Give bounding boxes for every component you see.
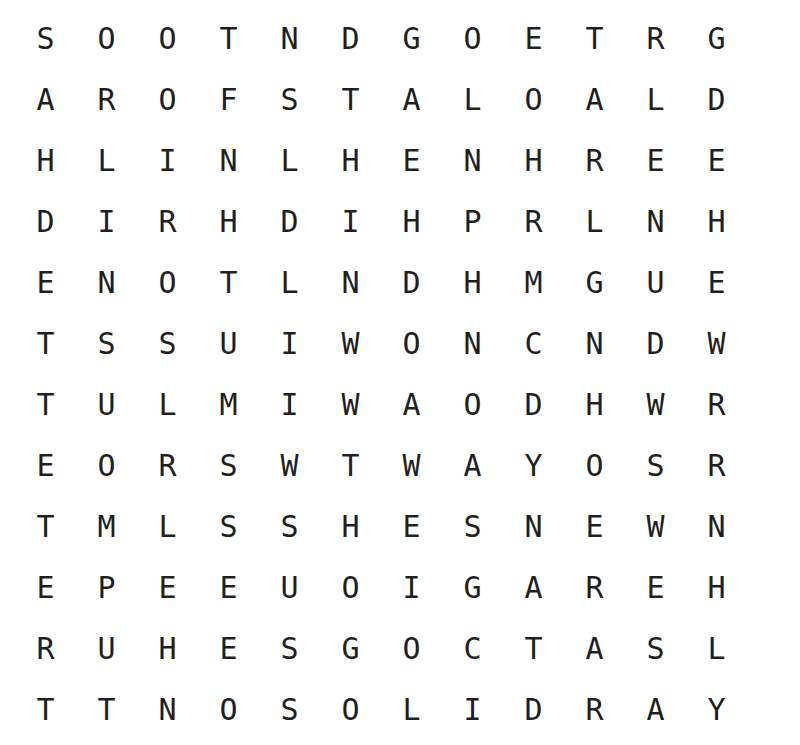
grid-cell[interactable]: H (686, 191, 747, 252)
word-search-page: SOOTNDGOETRGAROFSTALOALDHLINLHENHREEDIRH… (0, 0, 800, 745)
grid-cell[interactable]: I (76, 191, 137, 252)
grid-cell[interactable]: G (320, 618, 381, 679)
grid-cell[interactable]: Y (686, 679, 747, 740)
grid-cell[interactable]: R (564, 679, 625, 740)
grid-cell[interactable]: T (15, 313, 76, 374)
grid-cell[interactable]: E (381, 130, 442, 191)
grid-cell[interactable]: T (76, 679, 137, 740)
grid-cell[interactable]: T (198, 252, 259, 313)
grid-cell[interactable]: E (686, 252, 747, 313)
grid-cell[interactable]: O (564, 435, 625, 496)
grid-cell[interactable]: R (686, 435, 747, 496)
grid-cell[interactable]: W (320, 313, 381, 374)
grid-cell[interactable]: D (15, 191, 76, 252)
grid-cell[interactable]: E (503, 8, 564, 69)
grid-cell[interactable]: R (15, 618, 76, 679)
grid-cell[interactable]: A (503, 557, 564, 618)
grid-cell[interactable]: L (381, 679, 442, 740)
grid-cell[interactable]: O (503, 69, 564, 130)
grid-cell[interactable]: A (564, 618, 625, 679)
grid-cell[interactable]: H (686, 557, 747, 618)
grid-cell[interactable]: Y (503, 435, 564, 496)
grid-cell[interactable]: U (76, 374, 137, 435)
grid-cell[interactable]: O (381, 313, 442, 374)
grid-cell[interactable]: G (442, 557, 503, 618)
grid-cell[interactable]: I (320, 191, 381, 252)
grid-cell[interactable]: N (198, 130, 259, 191)
grid-cell[interactable]: E (15, 435, 76, 496)
grid-cell[interactable]: O (381, 618, 442, 679)
grid-cell[interactable]: T (15, 374, 76, 435)
grid-cell[interactable]: L (259, 252, 320, 313)
grid-cell[interactable]: O (442, 374, 503, 435)
grid-cell[interactable]: N (320, 252, 381, 313)
grid-cell[interactable]: O (320, 557, 381, 618)
grid-cell[interactable]: A (381, 69, 442, 130)
grid-cell[interactable]: N (503, 496, 564, 557)
grid-cell[interactable]: I (442, 679, 503, 740)
grid-cell[interactable]: U (198, 313, 259, 374)
grid-cell[interactable]: U (625, 252, 686, 313)
grid-cell[interactable]: O (76, 8, 137, 69)
grid-cell[interactable]: S (15, 8, 76, 69)
grid-cell[interactable]: N (137, 679, 198, 740)
grid-cell[interactable]: T (15, 496, 76, 557)
grid-cell[interactable]: M (503, 252, 564, 313)
grid-cell[interactable]: P (442, 191, 503, 252)
grid-cell[interactable]: A (15, 69, 76, 130)
grid-cell[interactable]: S (259, 69, 320, 130)
grid-cell[interactable]: G (381, 8, 442, 69)
grid-cell[interactable]: D (503, 679, 564, 740)
grid-cell[interactable]: W (625, 374, 686, 435)
grid-cell[interactable]: W (320, 374, 381, 435)
grid-cell[interactable]: I (381, 557, 442, 618)
grid-cell[interactable]: L (76, 130, 137, 191)
grid-cell[interactable]: O (76, 435, 137, 496)
grid-cell[interactable]: M (76, 496, 137, 557)
grid-cell[interactable]: H (320, 130, 381, 191)
grid-cell[interactable]: N (625, 191, 686, 252)
grid-cell[interactable]: D (259, 191, 320, 252)
grid-cell[interactable]: U (76, 618, 137, 679)
grid-cell[interactable]: E (198, 618, 259, 679)
grid-cell[interactable]: R (625, 8, 686, 69)
grid-cell[interactable]: N (76, 252, 137, 313)
grid-cell[interactable]: D (320, 8, 381, 69)
grid-cell[interactable]: E (564, 496, 625, 557)
grid-cell[interactable]: A (442, 435, 503, 496)
grid-cell[interactable]: H (564, 374, 625, 435)
grid-cell[interactable]: T (198, 8, 259, 69)
grid-cell[interactable]: T (320, 435, 381, 496)
grid-cell[interactable]: S (442, 496, 503, 557)
grid-cell[interactable]: D (625, 313, 686, 374)
grid-cell[interactable]: L (625, 69, 686, 130)
grid-cell[interactable]: W (625, 496, 686, 557)
grid-cell[interactable]: H (442, 252, 503, 313)
grid-cell[interactable]: W (381, 435, 442, 496)
grid-cell[interactable]: S (625, 435, 686, 496)
grid-cell[interactable]: O (442, 8, 503, 69)
grid-cell[interactable]: L (442, 69, 503, 130)
grid-cell[interactable]: L (137, 496, 198, 557)
grid-cell[interactable]: R (686, 374, 747, 435)
grid-cell[interactable]: E (625, 557, 686, 618)
grid-cell[interactable]: N (564, 313, 625, 374)
grid-cell[interactable]: D (381, 252, 442, 313)
grid-cell[interactable]: A (564, 69, 625, 130)
grid-cell[interactable]: H (320, 496, 381, 557)
grid-cell[interactable]: L (259, 130, 320, 191)
grid-cell[interactable]: R (137, 191, 198, 252)
grid-cell[interactable]: O (198, 679, 259, 740)
grid-cell[interactable]: R (137, 435, 198, 496)
grid-cell[interactable]: C (503, 313, 564, 374)
grid-cell[interactable]: P (76, 557, 137, 618)
grid-cell[interactable]: L (686, 618, 747, 679)
grid-cell[interactable]: O (137, 69, 198, 130)
grid-cell[interactable]: R (564, 557, 625, 618)
grid-cell[interactable]: F (198, 69, 259, 130)
grid-cell[interactable]: N (442, 130, 503, 191)
grid-cell[interactable]: N (259, 8, 320, 69)
grid-cell[interactable]: S (198, 496, 259, 557)
grid-cell[interactable]: T (320, 69, 381, 130)
grid-cell[interactable]: S (259, 496, 320, 557)
grid-cell[interactable]: S (625, 618, 686, 679)
grid-cell[interactable]: H (137, 618, 198, 679)
grid-cell[interactable]: I (137, 130, 198, 191)
grid-cell[interactable]: H (503, 130, 564, 191)
grid-cell[interactable]: E (381, 496, 442, 557)
grid-cell[interactable]: D (503, 374, 564, 435)
grid-cell[interactable]: N (442, 313, 503, 374)
grid-cell[interactable]: I (259, 313, 320, 374)
grid-cell[interactable]: T (503, 618, 564, 679)
grid-cell[interactable]: W (686, 313, 747, 374)
grid-cell[interactable]: S (259, 679, 320, 740)
grid-cell[interactable]: U (259, 557, 320, 618)
grid-cell[interactable]: T (15, 679, 76, 740)
grid-cell[interactable]: A (381, 374, 442, 435)
grid-cell[interactable]: G (686, 8, 747, 69)
grid-cell[interactable]: L (564, 191, 625, 252)
grid-cell[interactable]: H (381, 191, 442, 252)
grid-cell[interactable]: O (137, 252, 198, 313)
grid-cell[interactable]: N (686, 496, 747, 557)
grid-cell[interactable]: W (259, 435, 320, 496)
grid-cell[interactable]: H (198, 191, 259, 252)
grid-cell[interactable]: I (259, 374, 320, 435)
grid-cell[interactable]: E (198, 557, 259, 618)
grid-cell[interactable]: S (198, 435, 259, 496)
word-search-grid: SOOTNDGOETRGAROFSTALOALDHLINLHENHREEDIRH… (15, 8, 747, 740)
grid-cell[interactable]: D (686, 69, 747, 130)
grid-cell[interactable]: E (15, 252, 76, 313)
grid-cell[interactable]: E (137, 557, 198, 618)
grid-cell[interactable]: S (76, 313, 137, 374)
grid-cell[interactable]: O (320, 679, 381, 740)
grid-cell[interactable]: S (137, 313, 198, 374)
grid-cell[interactable]: E (15, 557, 76, 618)
grid-cell[interactable]: R (76, 69, 137, 130)
grid-cell[interactable]: L (137, 374, 198, 435)
grid-cell[interactable]: E (625, 130, 686, 191)
grid-cell[interactable]: G (564, 252, 625, 313)
grid-cell[interactable]: H (15, 130, 76, 191)
grid-cell[interactable]: C (442, 618, 503, 679)
grid-cell[interactable]: T (564, 8, 625, 69)
grid-cell[interactable]: R (564, 130, 625, 191)
grid-cell[interactable]: R (503, 191, 564, 252)
grid-cell[interactable]: A (625, 679, 686, 740)
grid-cell[interactable]: M (198, 374, 259, 435)
grid-cell[interactable]: S (259, 618, 320, 679)
grid-cell[interactable]: O (137, 8, 198, 69)
grid-cell[interactable]: E (686, 130, 747, 191)
